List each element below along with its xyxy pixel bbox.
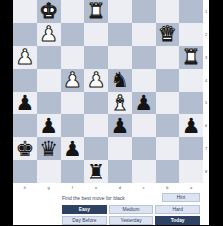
square-b2[interactable]: ♛ (156, 23, 180, 46)
square-c1[interactable] (132, 0, 156, 23)
file-labels: hgfedcba (13, 183, 203, 191)
day-tabs: Day Before Yesterday Today (62, 216, 200, 225)
square-g2[interactable]: ♟ (37, 23, 61, 46)
square-c6[interactable] (132, 114, 156, 137)
piece-wP-e4: ♟ (87, 69, 106, 91)
square-c2[interactable] (132, 23, 156, 46)
square-e6[interactable] (84, 114, 108, 137)
rank-label-8: 8 (203, 160, 209, 183)
square-d7[interactable] (108, 137, 132, 160)
square-h4[interactable] (13, 69, 37, 92)
square-f3[interactable] (61, 46, 85, 69)
piece-bQ-g7: ♛ (39, 138, 58, 160)
square-d8[interactable] (108, 160, 132, 183)
square-d5[interactable]: ♝ (108, 92, 132, 115)
square-b4[interactable] (156, 69, 180, 92)
day-before-button[interactable]: Day Before (62, 216, 107, 225)
rank-label-2: 2 (203, 23, 209, 46)
piece-bR-e8: ♜ (87, 161, 106, 183)
piece-bP-h5: ♟ (15, 92, 34, 114)
square-d6[interactable]: ♟ (108, 114, 132, 137)
file-label-h: h (13, 183, 37, 191)
square-d1[interactable] (108, 0, 132, 23)
square-d4[interactable]: ♞ (108, 69, 132, 92)
square-b3[interactable] (156, 46, 180, 69)
square-c3[interactable] (132, 46, 156, 69)
piece-bP-g6: ♟ (39, 115, 58, 137)
square-f2[interactable] (61, 23, 85, 46)
rank-label-6: 6 (203, 114, 209, 137)
square-g4[interactable] (37, 69, 61, 92)
piece-wQ-b2: ♛ (158, 23, 177, 45)
puzzle-widget: ♚♜♟♛♟♜♟♟♞♟♝♟♟♟♟♚♛♟♜ 12345678 hgfedcba Fi… (13, 0, 209, 225)
square-e5[interactable] (84, 92, 108, 115)
square-g8[interactable] (37, 160, 61, 183)
square-h7[interactable]: ♚ (13, 137, 37, 160)
piece-wP-g2: ♟ (39, 23, 58, 45)
square-a6[interactable]: ♟ (179, 114, 203, 137)
square-a1[interactable] (179, 0, 203, 23)
piece-wP-h3: ♟ (15, 46, 34, 68)
rank-label-4: 4 (203, 69, 209, 92)
square-e1[interactable]: ♜ (84, 0, 108, 23)
square-d3[interactable] (108, 46, 132, 69)
rank-label-7: 7 (203, 137, 209, 160)
square-e8[interactable]: ♜ (84, 160, 108, 183)
file-label-a: a (179, 183, 203, 191)
file-label-g: g (37, 183, 61, 191)
hint-button[interactable]: Hint (162, 193, 200, 202)
piece-bP-a6: ♟ (182, 115, 201, 137)
square-a4[interactable] (179, 69, 203, 92)
square-a2[interactable] (179, 23, 203, 46)
square-f8[interactable] (61, 160, 85, 183)
square-a3[interactable]: ♜ (179, 46, 203, 69)
puzzle-prompt: Find the best move for black (62, 195, 162, 201)
rank-label-3: 3 (203, 46, 209, 69)
square-h5[interactable]: ♟ (13, 92, 37, 115)
square-g7[interactable]: ♛ (37, 137, 61, 160)
square-b8[interactable] (156, 160, 180, 183)
square-d2[interactable] (108, 23, 132, 46)
rank-label-1: 1 (203, 0, 209, 23)
square-c5[interactable]: ♟ (132, 92, 156, 115)
square-h1[interactable] (13, 0, 37, 23)
square-e3[interactable] (84, 46, 108, 69)
chess-board: ♚♜♟♛♟♜♟♟♞♟♝♟♟♟♟♚♛♟♜ (13, 0, 203, 183)
square-g1[interactable]: ♚ (37, 0, 61, 23)
file-label-f: f (61, 183, 85, 191)
square-b7[interactable] (156, 137, 180, 160)
square-a7[interactable] (179, 137, 203, 160)
square-g5[interactable] (37, 92, 61, 115)
square-b6[interactable] (156, 114, 180, 137)
square-e4[interactable]: ♟ (84, 69, 108, 92)
square-f4[interactable]: ♟ (61, 69, 85, 92)
piece-wR-a3: ♜ (182, 46, 201, 68)
difficulty-easy-button[interactable]: Easy (62, 205, 107, 214)
square-f5[interactable] (61, 92, 85, 115)
square-a5[interactable] (179, 92, 203, 115)
square-h8[interactable] (13, 160, 37, 183)
piece-bK-h7: ♚ (15, 138, 34, 160)
difficulty-medium-button[interactable]: Medium (109, 205, 154, 214)
file-label-d: d (108, 183, 132, 191)
piece-bP-f7: ♟ (63, 138, 82, 160)
square-c4[interactable] (132, 69, 156, 92)
square-e2[interactable] (84, 23, 108, 46)
square-f7[interactable]: ♟ (61, 137, 85, 160)
difficulty-hard-button[interactable]: Hard (155, 205, 200, 214)
piece-wK-g1: ♚ (39, 0, 58, 22)
square-b5[interactable] (156, 92, 180, 115)
piece-wR-e1: ♜ (87, 0, 106, 22)
square-c7[interactable] (132, 137, 156, 160)
piece-bN-d4: ♞ (110, 69, 129, 91)
square-c8[interactable] (132, 160, 156, 183)
square-g3[interactable] (37, 46, 61, 69)
rank-labels: 12345678 (203, 0, 209, 183)
file-label-b: b (156, 183, 180, 191)
piece-wB-d5: ♝ (110, 92, 129, 114)
square-b1[interactable] (156, 0, 180, 23)
piece-wP-f4: ♟ (63, 69, 82, 91)
difficulty-tabs: Easy Medium Hard (62, 205, 200, 214)
yesterday-button[interactable]: Yesterday (109, 216, 154, 225)
file-label-e: e (84, 183, 108, 191)
square-f1[interactable] (61, 0, 85, 23)
square-e7[interactable] (84, 137, 108, 160)
square-h6[interactable] (13, 114, 37, 137)
square-g6[interactable]: ♟ (37, 114, 61, 137)
puzzle-panel: Find the best move for black Hint Easy M… (13, 191, 209, 225)
piece-bP-c5: ♟ (134, 92, 153, 114)
square-f6[interactable] (61, 114, 85, 137)
today-button[interactable]: Today (155, 216, 200, 225)
rank-label-5: 5 (203, 92, 209, 115)
piece-bP-d6: ♟ (110, 115, 129, 137)
square-h3[interactable]: ♟ (13, 46, 37, 69)
square-h2[interactable] (13, 23, 37, 46)
square-a8[interactable] (179, 160, 203, 183)
file-label-c: c (132, 183, 156, 191)
